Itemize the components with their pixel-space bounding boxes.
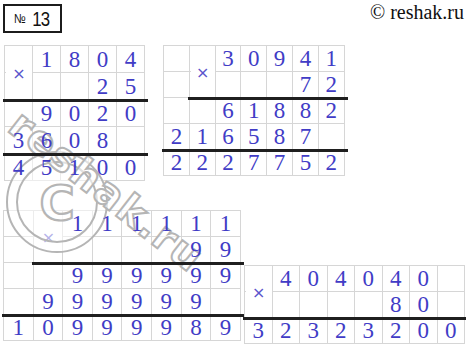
digit: 1 — [41, 48, 53, 71]
grid-cell: 1 — [241, 98, 267, 124]
digit: 4 — [13, 156, 25, 179]
digit: 0 — [42, 316, 54, 339]
grid-cell — [328, 292, 356, 318]
grid-cell: 7 — [267, 150, 293, 176]
digit: 0 — [125, 156, 137, 179]
grid-cell — [241, 72, 267, 98]
grid-cell: 9 — [182, 237, 212, 263]
digit: 2 — [280, 319, 292, 342]
grid-cell: 2 — [273, 318, 301, 344]
multiplication-grid-404040x80: 4040408032323200× — [244, 265, 465, 344]
digit: 9 — [131, 264, 143, 287]
digit: 5 — [300, 151, 312, 174]
grid-cell: 6 — [216, 124, 242, 150]
grid-cell: 3 — [245, 318, 273, 344]
digit: 8 — [190, 316, 202, 339]
grid-cell — [5, 100, 33, 127]
grid-cell: 0 — [89, 154, 117, 181]
digit: 1 — [13, 316, 25, 339]
grid-cell: 0 — [410, 266, 438, 292]
grid-cell: 1 — [93, 211, 123, 237]
digit: 4 — [125, 48, 137, 71]
grid-cell: 9 — [33, 100, 61, 127]
grid-cell: 2 — [319, 150, 345, 176]
digit: 1 — [248, 99, 260, 122]
grid-cell: 1 — [63, 211, 93, 237]
digit: 9 — [101, 290, 113, 313]
grid-cell — [267, 72, 293, 98]
grid-cell: 4 — [5, 154, 33, 181]
grid-cell: 2 — [164, 124, 190, 150]
digit: 8 — [274, 125, 286, 148]
digit: 0 — [418, 267, 430, 290]
multiplication-sign: × — [191, 47, 215, 97]
grid-cell: 9 — [93, 263, 123, 289]
digit: 2 — [171, 151, 183, 174]
grid-cell — [355, 292, 383, 318]
digit: 1 — [196, 125, 208, 148]
grid-cell: 0 — [300, 266, 328, 292]
grid-cell — [34, 263, 64, 289]
multiplication-grid-1804x25: 1804259020360845100× — [4, 45, 145, 181]
grid-cell: 4 — [328, 266, 356, 292]
grid-cell: 9 — [152, 289, 182, 315]
grid-cell — [63, 237, 93, 263]
digit: 0 — [97, 156, 109, 179]
digit: 3 — [363, 319, 375, 342]
times-glyph: × — [42, 228, 55, 247]
digit: 1 — [72, 212, 84, 235]
digit: 3 — [253, 319, 265, 342]
grid-cell: 8 — [61, 46, 89, 73]
digit: 0 — [445, 319, 457, 342]
grid-cell — [164, 46, 190, 72]
grid-cell: 3 — [5, 127, 33, 154]
grid-cell: 0 — [438, 318, 466, 344]
grid-cell: 5 — [293, 150, 319, 176]
grid-cell: 3 — [300, 318, 328, 344]
grid-cell: 3 — [216, 46, 242, 72]
grid-cell: 1 — [182, 211, 212, 237]
grid-cell — [273, 292, 301, 318]
digit: 9 — [220, 316, 232, 339]
grid-cell: 0 — [61, 127, 89, 154]
digit: 9 — [131, 316, 143, 339]
digit: 0 — [308, 267, 320, 290]
grid-cell: 2 — [164, 150, 190, 176]
digit: 9 — [220, 238, 232, 261]
grid-cell: 2 — [216, 150, 242, 176]
digit: 5 — [125, 75, 137, 98]
grid-cell: 9 — [122, 315, 152, 341]
digit: 7 — [300, 73, 312, 96]
digit: 6 — [222, 99, 234, 122]
digit: 9 — [72, 290, 84, 313]
grid-cell: 4 — [293, 46, 319, 72]
digit: 9 — [220, 264, 232, 287]
digit: 5 — [248, 125, 260, 148]
grid-cell: 1 — [122, 211, 152, 237]
digit: 9 — [190, 290, 202, 313]
digit: 2 — [222, 151, 234, 174]
grid-cell: 9 — [152, 315, 182, 341]
grid-cell — [4, 289, 34, 315]
digit: 0 — [418, 293, 430, 316]
grid-cell — [300, 292, 328, 318]
grid-cell: 9 — [63, 289, 93, 315]
digit: 3 — [308, 319, 320, 342]
digit: 9 — [190, 264, 202, 287]
grid-cell: 9 — [211, 237, 241, 263]
grid-cell: 9 — [122, 289, 152, 315]
grid-cell: 5 — [33, 154, 61, 181]
digit: 2 — [390, 319, 402, 342]
grid-cell — [164, 98, 190, 124]
grid-cell: 2 — [319, 72, 345, 98]
grid-cell: 7 — [293, 124, 319, 150]
digit: 1 — [131, 212, 143, 235]
grid-cell: 4 — [117, 46, 145, 73]
digit: 0 — [363, 267, 375, 290]
digit: 1 — [190, 212, 202, 235]
digit: 1 — [161, 212, 173, 235]
grid-cell: 6 — [33, 127, 61, 154]
grid-cell — [4, 263, 34, 289]
grid-cell: 9 — [211, 263, 241, 289]
digit: 2 — [325, 151, 337, 174]
digit: 1 — [220, 212, 232, 235]
digit: 5 — [41, 156, 53, 179]
multiplication-grid-30941x72: 3094172618822165872227752× — [163, 45, 345, 176]
digit: 7 — [274, 151, 286, 174]
digit: 0 — [248, 47, 260, 70]
grid-cell — [190, 98, 216, 124]
digit: 4 — [335, 267, 347, 290]
digit: 0 — [125, 102, 137, 125]
grid-cell: 8 — [383, 292, 411, 318]
grid-cell — [93, 237, 123, 263]
digit: 9 — [161, 290, 173, 313]
grid-cell: 2 — [319, 98, 345, 124]
grid-cell: 9 — [211, 315, 241, 341]
sum-line — [243, 317, 466, 320]
grid-cell: 3 — [355, 318, 383, 344]
grid-cell: 8 — [89, 127, 117, 154]
grid-cell: 8 — [267, 98, 293, 124]
digit: 9 — [41, 102, 53, 125]
task-number: 13 — [32, 7, 49, 31]
multiplication-sign: × — [246, 267, 272, 317]
digit: 2 — [196, 151, 208, 174]
digit: 6 — [222, 125, 234, 148]
multiplication-grid-111111x99: 1111119999999999999910999989× — [3, 210, 241, 341]
digit: 9 — [42, 290, 54, 313]
digit: 8 — [97, 129, 109, 152]
grid-cell: 0 — [117, 154, 145, 181]
grid-cell: 4 — [273, 266, 301, 292]
digit: 9 — [161, 316, 173, 339]
grid-cell: 5 — [241, 124, 267, 150]
grid-cell — [164, 72, 190, 98]
digit: 2 — [335, 319, 347, 342]
digit: 2 — [97, 102, 109, 125]
grid-cell: 8 — [267, 124, 293, 150]
sum-line — [3, 153, 148, 156]
grid-cell: 0 — [410, 292, 438, 318]
grid-cell: 0 — [61, 100, 89, 127]
grid-cell: 0 — [34, 315, 64, 341]
grid-cell: 2 — [89, 73, 117, 100]
grid-cell: 9 — [93, 315, 123, 341]
grid-cell: 7 — [293, 72, 319, 98]
grid-cell: 9 — [63, 263, 93, 289]
times-glyph: × — [12, 64, 25, 83]
grid-cell: 6 — [216, 98, 242, 124]
digit: 4 — [300, 47, 312, 70]
grid-cell: 1 — [4, 315, 34, 341]
digit: 8 — [274, 99, 286, 122]
sum-line — [3, 99, 148, 102]
grid-cell — [438, 292, 466, 318]
digit: 0 — [69, 102, 81, 125]
grid-cell — [216, 72, 242, 98]
digit: 3 — [222, 47, 234, 70]
grid-cell — [61, 73, 89, 100]
worksheet-page: № 13 © reshak.ru 1804259020360845100× 30… — [0, 0, 466, 348]
digit: 4 — [390, 267, 402, 290]
multiplication-sign: × — [35, 212, 63, 262]
digit: 9 — [72, 316, 84, 339]
grid-cell — [152, 237, 182, 263]
sum-line — [32, 262, 244, 265]
copyright-text: © reshak.ru — [370, 1, 464, 24]
multiplication-sign: × — [6, 47, 32, 99]
grid-cell: 0 — [241, 46, 267, 72]
digit: 9 — [190, 238, 202, 261]
digit: 9 — [101, 316, 113, 339]
grid-cell: 8 — [293, 98, 319, 124]
digit: 9 — [72, 264, 84, 287]
grid-cell: 1 — [61, 154, 89, 181]
digit: 8 — [390, 293, 402, 316]
grid-cell: 2 — [383, 318, 411, 344]
grid-cell: 8 — [182, 315, 212, 341]
sum-line — [162, 149, 348, 152]
digit: 4 — [280, 267, 292, 290]
digit: 2 — [171, 125, 183, 148]
grid-cell: 0 — [117, 100, 145, 127]
grid-cell: 1 — [33, 46, 61, 73]
digit: 1 — [69, 156, 81, 179]
digit: 8 — [69, 48, 81, 71]
number-sign: № — [14, 11, 26, 26]
grid-cell: 0 — [89, 46, 117, 73]
digit: 6 — [41, 129, 53, 152]
grid-cell: 1 — [211, 211, 241, 237]
grid-cell: 9 — [93, 289, 123, 315]
digit: 9 — [131, 290, 143, 313]
grid-cell: 2 — [328, 318, 356, 344]
digit: 1 — [101, 212, 113, 235]
sum-line — [188, 97, 348, 100]
digit: 2 — [325, 73, 337, 96]
grid-cell — [122, 237, 152, 263]
grid-cell — [117, 127, 145, 154]
grid-cell — [319, 124, 345, 150]
times-glyph: × — [252, 283, 265, 302]
grid-cell: 1 — [190, 124, 216, 150]
grid-cell — [211, 289, 241, 315]
digit: 0 — [97, 48, 109, 71]
grid-cell: 9 — [122, 263, 152, 289]
grid-cell: 9 — [267, 46, 293, 72]
grid-cell: 9 — [182, 289, 212, 315]
digit: 8 — [300, 99, 312, 122]
grid-cell: 9 — [152, 263, 182, 289]
grid-cell — [438, 266, 466, 292]
digit: 9 — [161, 264, 173, 287]
grid-cell: 1 — [152, 211, 182, 237]
digit: 2 — [325, 99, 337, 122]
grid-cell: 2 — [190, 150, 216, 176]
grid-cell: 9 — [63, 315, 93, 341]
grid-cell: 5 — [117, 73, 145, 100]
grid-cell — [4, 211, 34, 237]
grid-cell — [33, 73, 61, 100]
grid-cell: 4 — [383, 266, 411, 292]
digit: 1 — [325, 47, 337, 70]
grid-cell: 7 — [241, 150, 267, 176]
sum-line — [2, 314, 244, 317]
digit: 2 — [97, 75, 109, 98]
grid-cell — [4, 237, 34, 263]
times-glyph: × — [196, 63, 209, 82]
digit: 3 — [13, 129, 25, 152]
task-number-box: № 13 — [3, 4, 62, 33]
grid-cell: 9 — [34, 289, 64, 315]
grid-cell: 0 — [355, 266, 383, 292]
grid-cell: 1 — [319, 46, 345, 72]
grid-cell: 0 — [410, 318, 438, 344]
digit: 0 — [69, 129, 81, 152]
grid-cell: 9 — [182, 263, 212, 289]
digit: 7 — [248, 151, 260, 174]
digit: 9 — [101, 264, 113, 287]
digit: 0 — [418, 319, 430, 342]
digit: 7 — [300, 125, 312, 148]
grid-cell: 2 — [89, 100, 117, 127]
digit: 9 — [274, 47, 286, 70]
